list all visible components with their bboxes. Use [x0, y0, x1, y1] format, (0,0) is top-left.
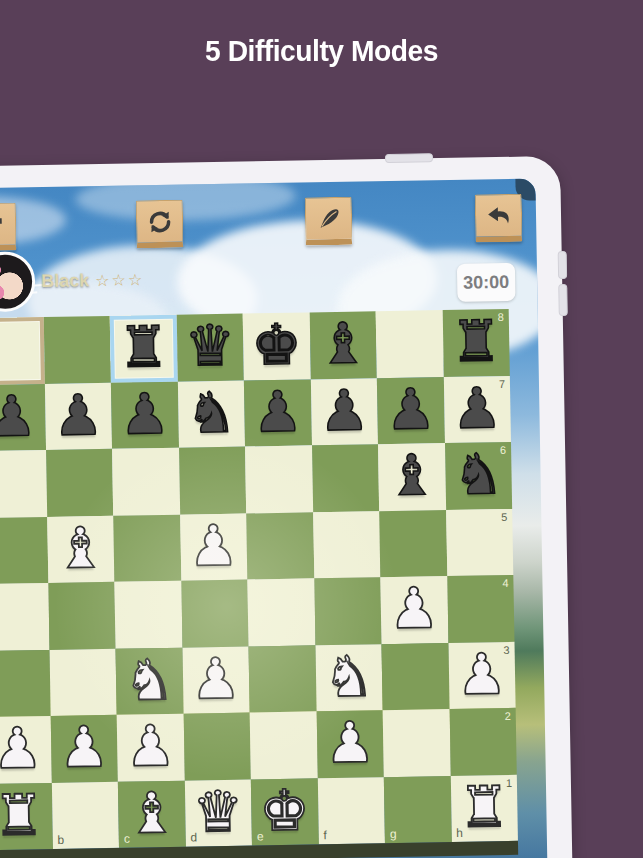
square-g3[interactable] — [381, 643, 449, 711]
file-label-b: b — [57, 833, 64, 847]
square-h8[interactable]: ♜8 — [442, 309, 510, 377]
white-pawn-f2[interactable]: ♟ — [316, 710, 384, 778]
white-bishop-b5[interactable]: ♝ — [47, 515, 115, 583]
square-d4[interactable] — [181, 580, 249, 648]
square-a1[interactable]: ♜a — [0, 782, 53, 850]
square-b4[interactable] — [48, 582, 116, 650]
white-pawn-d3[interactable]: ♟ — [182, 646, 250, 714]
rank-label-3: 3 — [503, 643, 509, 655]
menu-icon — [0, 211, 6, 237]
square-b7[interactable]: ♟ — [44, 382, 112, 450]
black-bishop-f8[interactable]: ♝ — [309, 311, 377, 379]
square-d5[interactable]: ♟ — [180, 513, 248, 581]
black-pawn-b7[interactable]: ♟ — [44, 382, 112, 450]
square-a3[interactable] — [0, 649, 50, 717]
square-b6[interactable] — [46, 449, 114, 517]
rank-label-7: 7 — [499, 377, 505, 389]
square-b5[interactable]: ♝ — [47, 515, 115, 583]
cloud — [75, 178, 296, 222]
black-pawn-a7[interactable]: ♟ — [0, 384, 46, 452]
white-knight-f3[interactable]: ♞ — [315, 644, 383, 712]
white-pawn-g4[interactable]: ♟ — [380, 576, 448, 644]
square-c6[interactable] — [112, 448, 180, 516]
black-pawn-c7[interactable]: ♟ — [111, 381, 179, 449]
square-h7[interactable]: ♟7 — [443, 375, 511, 443]
page-title: 5 Difficulty Modes — [19, 34, 623, 68]
square-d6[interactable] — [179, 447, 247, 515]
square-e7[interactable]: ♟ — [244, 379, 312, 447]
square-h3[interactable]: ♟3 — [448, 641, 516, 709]
black-knight-d7[interactable]: ♞ — [177, 380, 245, 448]
square-f3[interactable]: ♞ — [315, 644, 383, 712]
player-name-text: Black — [41, 270, 89, 291]
square-a2[interactable]: ♟ — [0, 716, 51, 784]
app-screen: Black☆☆☆ 30:00 ♜♛♚♝♜8♟♟♟♞♟♟♟♟7♝♞6♝♟5♟4♞♟… — [0, 178, 548, 858]
white-pawn-c2[interactable]: ♟ — [117, 714, 185, 782]
square-e8[interactable]: ♚ — [243, 312, 311, 380]
undo-button[interactable] — [475, 194, 523, 243]
square-g2[interactable] — [383, 709, 451, 777]
player-name: Black☆☆☆ — [41, 269, 144, 292]
square-f4[interactable] — [314, 577, 382, 645]
square-f7[interactable]: ♟ — [310, 378, 378, 446]
square-f6[interactable] — [312, 444, 380, 512]
chess-board[interactable]: ♜♛♚♝♜8♟♟♟♞♟♟♟♟7♝♞6♝♟5♟4♞♟♞♟3♟♟♟♟2♜ab♝c♛d… — [0, 309, 518, 850]
file-label-c: c — [124, 832, 130, 846]
square-d1[interactable]: ♛d — [184, 779, 252, 847]
square-g8[interactable] — [376, 310, 444, 378]
file-label-f: f — [323, 828, 327, 842]
square-c7[interactable]: ♟ — [111, 381, 179, 449]
power-button — [385, 153, 433, 163]
rank-label-6: 6 — [500, 444, 506, 456]
black-rook-c8[interactable]: ♜ — [110, 315, 178, 383]
black-pawn-f7[interactable]: ♟ — [310, 378, 378, 446]
clock-time: 30:00 — [463, 271, 509, 293]
rank-label-1: 1 — [506, 776, 512, 788]
black-queen-d8[interactable]: ♛ — [176, 314, 244, 382]
square-c5[interactable] — [113, 514, 181, 582]
square-d2[interactable] — [183, 713, 251, 781]
square-a7[interactable]: ♟ — [0, 384, 46, 452]
rank-label-8: 8 — [498, 311, 504, 323]
square-h6[interactable]: ♞6 — [444, 442, 512, 510]
square-b1[interactable]: b — [51, 781, 119, 849]
square-g7[interactable]: ♟ — [377, 377, 445, 445]
square-b3[interactable] — [49, 648, 117, 716]
square-a4[interactable] — [0, 583, 49, 651]
square-h1[interactable]: ♜1h — [450, 774, 518, 842]
feather-icon — [315, 205, 341, 231]
black-king-e8[interactable]: ♚ — [243, 312, 311, 380]
square-d3[interactable]: ♟ — [182, 646, 250, 714]
square-e3[interactable] — [249, 645, 317, 713]
hint-button[interactable] — [305, 197, 353, 246]
file-label-g: g — [390, 827, 397, 841]
file-label-h: h — [456, 826, 463, 840]
rank-label-4: 4 — [502, 577, 508, 589]
square-a6[interactable] — [0, 450, 47, 518]
volume-down-button — [558, 284, 568, 316]
white-knight-c3[interactable]: ♞ — [116, 647, 184, 715]
square-b8[interactable] — [43, 316, 111, 384]
square-h4[interactable]: 4 — [447, 575, 515, 643]
square-c1[interactable]: ♝c — [118, 780, 186, 848]
menu-button[interactable] — [0, 203, 17, 252]
square-c4[interactable] — [114, 581, 182, 649]
white-pawn-d5[interactable]: ♟ — [180, 513, 248, 581]
square-h5[interactable]: 5 — [446, 508, 514, 576]
refresh-icon — [145, 207, 173, 235]
square-e6[interactable] — [245, 445, 313, 513]
rank-label-2: 2 — [505, 710, 511, 722]
square-e2[interactable] — [250, 711, 318, 779]
square-e4[interactable] — [247, 578, 315, 646]
square-g4[interactable]: ♟ — [380, 576, 448, 644]
white-pawn-b2[interactable]: ♟ — [50, 715, 118, 783]
square-f8[interactable]: ♝ — [309, 311, 377, 379]
square-g6[interactable]: ♝ — [378, 443, 446, 511]
square-c2[interactable]: ♟ — [117, 714, 185, 782]
square-a5[interactable] — [0, 517, 48, 585]
file-label-e: e — [257, 829, 264, 843]
volume-up-button — [558, 251, 567, 279]
square-g1[interactable]: g — [384, 776, 452, 844]
square-g5[interactable] — [379, 510, 447, 578]
square-e1[interactable]: ♚e — [251, 778, 319, 846]
square-c8[interactable]: ♜ — [110, 315, 178, 383]
marketing-screenshot: { "marketing": { "headline": "5 Difficul… — [0, 0, 643, 858]
black-pawn-e7[interactable]: ♟ — [244, 379, 312, 447]
square-d7[interactable]: ♞ — [177, 380, 245, 448]
square-f5[interactable] — [313, 511, 381, 579]
white-pawn-a2[interactable]: ♟ — [0, 716, 51, 784]
square-h2[interactable]: 2 — [449, 708, 517, 776]
black-pawn-g7[interactable]: ♟ — [377, 377, 445, 445]
square-a8[interactable] — [0, 317, 44, 385]
tablet-device-frame: Black☆☆☆ 30:00 ♜♛♚♝♜8♟♟♟♞♟♟♟♟7♝♞6♝♟5♟4♞♟… — [0, 156, 573, 858]
game-clock: 30:00 — [457, 263, 516, 302]
square-d8[interactable]: ♛ — [176, 314, 244, 382]
black-bishop-g6[interactable]: ♝ — [378, 443, 446, 511]
rank-label-5: 5 — [501, 510, 507, 522]
square-f2[interactable]: ♟ — [316, 710, 384, 778]
square-e5[interactable] — [246, 512, 314, 580]
square-b2[interactable]: ♟ — [50, 715, 118, 783]
square-c3[interactable]: ♞ — [116, 647, 184, 715]
undo-arrow-icon — [485, 202, 512, 229]
white-rook-a1[interactable]: ♜ — [0, 782, 53, 850]
file-label-d: d — [190, 830, 197, 844]
square-f1[interactable]: f — [317, 777, 385, 845]
new-game-button[interactable] — [136, 200, 184, 249]
difficulty-stars: ☆☆☆ — [95, 270, 144, 290]
